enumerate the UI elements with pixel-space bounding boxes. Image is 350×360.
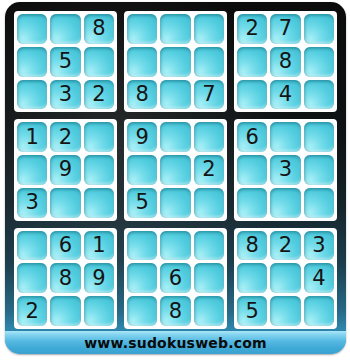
cell-r5c2: 9 <box>50 155 80 185</box>
cell-r2c5[interactable] <box>160 47 190 77</box>
cell-r2c9[interactable] <box>304 47 334 77</box>
cell-r9c2[interactable] <box>50 296 80 326</box>
box-r3c1: 61892 <box>14 228 117 329</box>
cell-r5c8: 3 <box>270 155 300 185</box>
cell-r6c5[interactable] <box>160 188 190 218</box>
cell-r8c7[interactable] <box>237 263 267 293</box>
cell-r3c9[interactable] <box>304 80 334 110</box>
cell-r1c1[interactable] <box>17 14 47 44</box>
cell-r3c6: 7 <box>194 80 224 110</box>
cell-r4c4: 9 <box>127 122 157 152</box>
cell-r9c3[interactable] <box>84 296 114 326</box>
cell-r4c7: 6 <box>237 122 267 152</box>
cell-r9c6[interactable] <box>194 296 224 326</box>
cell-r1c8: 7 <box>270 14 300 44</box>
box-r2c2: 925 <box>124 119 227 220</box>
cell-r2c1[interactable] <box>17 47 47 77</box>
cell-r7c8: 2 <box>270 231 300 261</box>
cell-r3c2: 3 <box>50 80 80 110</box>
cell-r1c4[interactable] <box>127 14 157 44</box>
cell-r2c4[interactable] <box>127 47 157 77</box>
cell-r6c9[interactable] <box>304 188 334 218</box>
cell-r8c1[interactable] <box>17 263 47 293</box>
cell-r9c9[interactable] <box>304 296 334 326</box>
cell-r5c7[interactable] <box>237 155 267 185</box>
cell-r4c6[interactable] <box>194 122 224 152</box>
cell-r2c2: 5 <box>50 47 80 77</box>
box-r1c3: 2784 <box>234 11 337 112</box>
cell-r2c8: 8 <box>270 47 300 77</box>
cell-r8c9: 4 <box>304 263 334 293</box>
cell-r4c2: 2 <box>50 122 80 152</box>
cell-r4c3[interactable] <box>84 122 114 152</box>
cell-r6c6[interactable] <box>194 188 224 218</box>
cell-r8c5: 6 <box>160 263 190 293</box>
cell-r6c8[interactable] <box>270 188 300 218</box>
box-r1c2: 87 <box>124 11 227 112</box>
cell-r3c5[interactable] <box>160 80 190 110</box>
cell-r1c6[interactable] <box>194 14 224 44</box>
board-frame: 8532872784129392563618926882345 www.sudo… <box>5 2 346 354</box>
cell-r8c4[interactable] <box>127 263 157 293</box>
cell-r1c7: 2 <box>237 14 267 44</box>
box-r2c1: 1293 <box>14 119 117 220</box>
cell-r8c6[interactable] <box>194 263 224 293</box>
cell-r7c7: 8 <box>237 231 267 261</box>
cell-r4c5[interactable] <box>160 122 190 152</box>
cell-r3c1[interactable] <box>17 80 47 110</box>
cell-r1c5[interactable] <box>160 14 190 44</box>
box-r2c3: 63 <box>234 119 337 220</box>
cell-r7c6[interactable] <box>194 231 224 261</box>
cell-r7c5[interactable] <box>160 231 190 261</box>
cell-r7c4[interactable] <box>127 231 157 261</box>
cell-r4c8[interactable] <box>270 122 300 152</box>
cell-r4c9[interactable] <box>304 122 334 152</box>
cell-r9c5: 8 <box>160 296 190 326</box>
cell-r9c8[interactable] <box>270 296 300 326</box>
cell-r7c1[interactable] <box>17 231 47 261</box>
cell-r8c8[interactable] <box>270 263 300 293</box>
cell-r7c2: 6 <box>50 231 80 261</box>
cell-r5c5[interactable] <box>160 155 190 185</box>
cell-r3c7[interactable] <box>237 80 267 110</box>
cell-r3c4: 8 <box>127 80 157 110</box>
cell-r6c4: 5 <box>127 188 157 218</box>
cell-r5c1[interactable] <box>17 155 47 185</box>
cell-r7c3: 1 <box>84 231 114 261</box>
cell-r5c6: 2 <box>194 155 224 185</box>
box-r1c1: 8532 <box>14 11 117 112</box>
cell-r5c9[interactable] <box>304 155 334 185</box>
cell-r7c9: 3 <box>304 231 334 261</box>
cell-r2c3[interactable] <box>84 47 114 77</box>
cell-r6c3[interactable] <box>84 188 114 218</box>
sudoku-widget: 8532872784129392563618926882345 www.sudo… <box>0 0 350 360</box>
cell-r6c2[interactable] <box>50 188 80 218</box>
cell-r1c3: 8 <box>84 14 114 44</box>
box-r3c2: 68 <box>124 228 227 329</box>
cell-r1c2[interactable] <box>50 14 80 44</box>
cell-r6c7[interactable] <box>237 188 267 218</box>
cell-r3c8: 4 <box>270 80 300 110</box>
box-r3c3: 82345 <box>234 228 337 329</box>
cell-r4c1: 1 <box>17 122 47 152</box>
cell-r9c4[interactable] <box>127 296 157 326</box>
footer-bar: www.sudokusweb.com <box>5 330 346 354</box>
cell-r6c1: 3 <box>17 188 47 218</box>
cell-r5c4[interactable] <box>127 155 157 185</box>
cell-r3c3: 2 <box>84 80 114 110</box>
cell-r2c7[interactable] <box>237 47 267 77</box>
sudoku-board: 8532872784129392563618926882345 <box>14 11 337 329</box>
cell-r1c9[interactable] <box>304 14 334 44</box>
cell-r2c6[interactable] <box>194 47 224 77</box>
site-link[interactable]: www.sudokusweb.com <box>84 335 267 351</box>
cell-r9c1: 2 <box>17 296 47 326</box>
cell-r8c2: 8 <box>50 263 80 293</box>
cell-r8c3: 9 <box>84 263 114 293</box>
cell-r5c3[interactable] <box>84 155 114 185</box>
cell-r9c7: 5 <box>237 296 267 326</box>
